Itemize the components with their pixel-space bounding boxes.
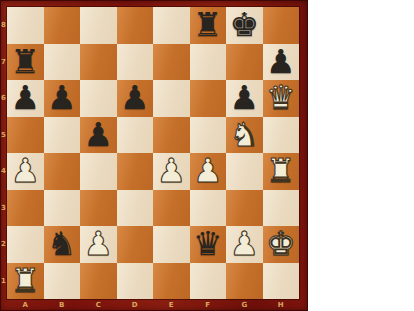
square-a6[interactable]: ♟: [7, 80, 44, 117]
square-c6[interactable]: [80, 80, 117, 117]
square-g3[interactable]: [226, 190, 263, 227]
square-b1[interactable]: [44, 263, 81, 300]
file-label-e: E: [153, 300, 190, 310]
piece-black-pawn[interactable]: ♟: [263, 44, 300, 81]
piece-white-pawn[interactable]: ♟: [226, 226, 263, 263]
square-g1[interactable]: [226, 263, 263, 300]
square-b2[interactable]: ♞: [44, 226, 81, 263]
square-d4[interactable]: [117, 153, 154, 190]
piece-black-knight[interactable]: ♞: [44, 226, 81, 263]
square-e8[interactable]: [153, 7, 190, 44]
piece-white-king[interactable]: ♚: [263, 226, 300, 263]
piece-white-pawn[interactable]: ♟: [7, 153, 44, 190]
piece-white-pawn[interactable]: ♟: [80, 226, 117, 263]
square-a4[interactable]: ♟: [7, 153, 44, 190]
square-b5[interactable]: [44, 117, 81, 154]
file-label-a: A: [7, 300, 44, 310]
piece-black-pawn[interactable]: ♟: [226, 80, 263, 117]
square-b4[interactable]: [44, 153, 81, 190]
square-e4[interactable]: ♟: [153, 153, 190, 190]
square-h7[interactable]: ♟: [263, 44, 300, 81]
piece-black-pawn[interactable]: ♟: [117, 80, 154, 117]
square-g8[interactable]: ♚: [226, 7, 263, 44]
piece-black-pawn[interactable]: ♟: [80, 117, 117, 154]
square-c2[interactable]: ♟: [80, 226, 117, 263]
square-b3[interactable]: [44, 190, 81, 227]
square-h5[interactable]: [263, 117, 300, 154]
piece-white-pawn[interactable]: ♟: [153, 153, 190, 190]
square-d8[interactable]: [117, 7, 154, 44]
piece-white-pawn[interactable]: ♟: [190, 153, 227, 190]
rank-label-8: 8: [0, 7, 7, 44]
square-d7[interactable]: [117, 44, 154, 81]
square-h8[interactable]: [263, 7, 300, 44]
square-d3[interactable]: [117, 190, 154, 227]
square-c4[interactable]: [80, 153, 117, 190]
square-b6[interactable]: ♟: [44, 80, 81, 117]
rank-label-4: 4: [0, 153, 7, 190]
file-label-b: B: [44, 300, 81, 310]
square-g7[interactable]: [226, 44, 263, 81]
square-e3[interactable]: [153, 190, 190, 227]
square-c3[interactable]: [80, 190, 117, 227]
square-f5[interactable]: [190, 117, 227, 154]
piece-white-rook[interactable]: ♜: [263, 153, 300, 190]
piece-black-rook[interactable]: ♜: [190, 7, 227, 44]
chess-board: ♜♚♜♟♟♟♟♟♛♟♞♟♟♟♜♞♟♛♟♚♜ 87654321 ABCDEFGH: [0, 0, 308, 311]
rank-label-1: 1: [0, 263, 7, 300]
piece-black-pawn[interactable]: ♟: [7, 80, 44, 117]
square-b8[interactable]: [44, 7, 81, 44]
square-f7[interactable]: [190, 44, 227, 81]
board-squares: ♜♚♜♟♟♟♟♟♛♟♞♟♟♟♜♞♟♛♟♚♜: [7, 7, 299, 299]
square-c8[interactable]: [80, 7, 117, 44]
square-f6[interactable]: [190, 80, 227, 117]
square-g4[interactable]: [226, 153, 263, 190]
square-c5[interactable]: ♟: [80, 117, 117, 154]
square-f8[interactable]: ♜: [190, 7, 227, 44]
square-d6[interactable]: ♟: [117, 80, 154, 117]
rank-label-2: 2: [0, 226, 7, 263]
file-label-c: C: [80, 300, 117, 310]
square-a7[interactable]: ♜: [7, 44, 44, 81]
piece-white-knight[interactable]: ♞: [226, 117, 263, 154]
square-g2[interactable]: ♟: [226, 226, 263, 263]
file-label-f: F: [190, 300, 227, 310]
square-g5[interactable]: ♞: [226, 117, 263, 154]
piece-black-king[interactable]: ♚: [226, 7, 263, 44]
square-h2[interactable]: ♚: [263, 226, 300, 263]
rank-label-7: 7: [0, 44, 7, 81]
square-c7[interactable]: [80, 44, 117, 81]
piece-white-rook[interactable]: ♜: [7, 263, 44, 300]
square-f3[interactable]: [190, 190, 227, 227]
square-f4[interactable]: ♟: [190, 153, 227, 190]
square-f1[interactable]: [190, 263, 227, 300]
piece-black-pawn[interactable]: ♟: [44, 80, 81, 117]
square-b7[interactable]: [44, 44, 81, 81]
piece-black-rook[interactable]: ♜: [7, 44, 44, 81]
rank-label-6: 6: [0, 80, 7, 117]
square-c1[interactable]: [80, 263, 117, 300]
square-d5[interactable]: [117, 117, 154, 154]
square-e7[interactable]: [153, 44, 190, 81]
rank-label-3: 3: [0, 190, 7, 227]
square-e6[interactable]: [153, 80, 190, 117]
square-a8[interactable]: [7, 7, 44, 44]
square-g6[interactable]: ♟: [226, 80, 263, 117]
file-label-d: D: [117, 300, 154, 310]
piece-white-queen[interactable]: ♛: [263, 80, 300, 117]
rank-label-5: 5: [0, 117, 7, 154]
piece-black-queen[interactable]: ♛: [190, 226, 227, 263]
square-a2[interactable]: [7, 226, 44, 263]
square-d2[interactable]: [117, 226, 154, 263]
square-h4[interactable]: ♜: [263, 153, 300, 190]
square-a3[interactable]: [7, 190, 44, 227]
square-e2[interactable]: [153, 226, 190, 263]
square-h1[interactable]: [263, 263, 300, 300]
square-f2[interactable]: ♛: [190, 226, 227, 263]
square-h3[interactable]: [263, 190, 300, 227]
square-h6[interactable]: ♛: [263, 80, 300, 117]
square-a1[interactable]: ♜: [7, 263, 44, 300]
square-e1[interactable]: [153, 263, 190, 300]
screenshot-canvas: ♜♚♜♟♟♟♟♟♛♟♞♟♟♟♜♞♟♛♟♚♜ 87654321 ABCDEFGH: [0, 0, 414, 311]
square-e5[interactable]: [153, 117, 190, 154]
file-label-g: G: [226, 300, 263, 310]
square-a5[interactable]: [7, 117, 44, 154]
file-label-h: H: [263, 300, 300, 310]
square-d1[interactable]: [117, 263, 154, 300]
